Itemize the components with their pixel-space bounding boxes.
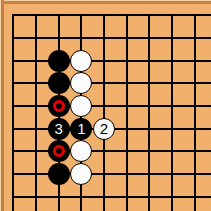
stone-black xyxy=(48,50,70,72)
go-diagram: 312 xyxy=(0,0,211,211)
grid-line-horizontal xyxy=(12,60,211,62)
grid-line-vertical xyxy=(148,14,150,211)
grid-line-horizontal xyxy=(12,105,211,107)
move-number-label: 1 xyxy=(77,121,85,136)
stone-white xyxy=(70,140,92,162)
grid-line-vertical xyxy=(171,14,173,211)
go-board: 312 xyxy=(0,0,211,211)
grid-line-horizontal xyxy=(12,14,211,16)
stone-black xyxy=(48,72,70,94)
board-frame-left xyxy=(0,0,4,211)
grid-line-horizontal xyxy=(12,82,211,84)
grid-line-vertical xyxy=(12,14,14,211)
grid-line-vertical xyxy=(103,14,105,211)
stone-white xyxy=(70,50,92,72)
stone-white xyxy=(70,72,92,94)
grid-line-vertical xyxy=(126,14,128,211)
stone-black-move-3: 3 xyxy=(48,118,70,140)
stone-black xyxy=(48,163,70,185)
stone-white xyxy=(70,163,92,185)
stone-white-move-2: 2 xyxy=(93,118,115,140)
grid-line-horizontal xyxy=(12,173,211,175)
move-number-label: 3 xyxy=(54,121,62,136)
grid-line-horizontal xyxy=(12,37,211,39)
stone-black-marked xyxy=(48,140,70,162)
board-frame-top xyxy=(0,0,211,4)
stone-black-marked xyxy=(48,95,70,117)
stone-black-move-1: 1 xyxy=(70,118,92,140)
circle-marker-icon xyxy=(53,100,65,112)
grid-line-horizontal xyxy=(12,150,211,152)
stone-white xyxy=(70,95,92,117)
grid-line-horizontal xyxy=(12,196,211,198)
grid-line-vertical xyxy=(194,14,196,211)
circle-marker-icon xyxy=(53,145,65,157)
move-number-label: 2 xyxy=(100,121,108,136)
grid-line-vertical xyxy=(35,14,37,211)
